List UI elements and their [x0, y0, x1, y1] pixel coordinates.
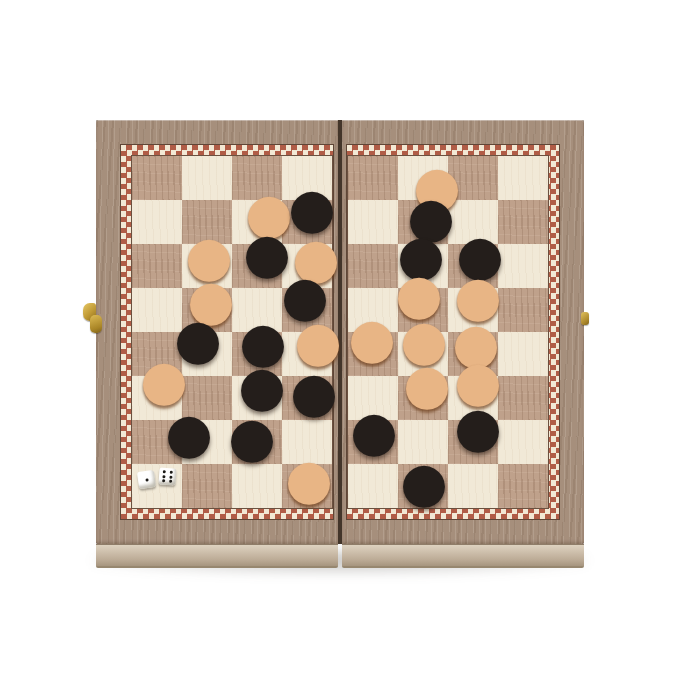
board-cell — [232, 464, 282, 508]
board-cell: ● — [348, 332, 398, 376]
board-cell — [498, 376, 548, 420]
board-cell — [448, 464, 498, 508]
product-photo: ●●●●●●●●●●●●●●●● ●●●●●●●●●●●●●● — [0, 0, 680, 680]
board-cell — [498, 200, 548, 244]
brass-pin — [581, 312, 589, 325]
board-cell: ● — [182, 420, 232, 464]
board-cell — [348, 244, 398, 288]
box-side-left — [96, 544, 338, 568]
board-cell: ● — [282, 464, 332, 508]
checker-piece-light: ● — [284, 457, 334, 501]
board-cell — [182, 464, 232, 508]
checker-piece-dark: ● — [287, 186, 337, 230]
box-front-face — [96, 544, 584, 568]
ribbon-border-left: ●●●●●●●●●●●●●●●● — [120, 144, 334, 520]
board-cell — [498, 244, 548, 288]
board-cell — [498, 156, 548, 200]
board-cell — [132, 244, 182, 288]
board-left-half: ●●●●●●●●●●●●●●●● — [96, 120, 338, 544]
checker-piece-dark: ● — [349, 409, 399, 453]
board-cell — [132, 200, 182, 244]
board-cell: ● — [232, 244, 282, 288]
board-cell: ● — [448, 420, 498, 464]
board-cell — [498, 288, 548, 332]
board-cell — [132, 156, 182, 200]
board-cell — [348, 156, 398, 200]
die-showing-1 — [137, 470, 156, 489]
checker-piece-light: ● — [139, 358, 189, 402]
board-right-half: ●●●●●●●●●●●●●● — [342, 120, 584, 544]
board-cell — [348, 200, 398, 244]
checker-piece-dark: ● — [237, 364, 287, 408]
board-cell: ● — [282, 376, 332, 420]
board-cell: ● — [398, 376, 448, 420]
checkerboard-left: ●●●●●●●●●●●●●●●● — [131, 155, 333, 509]
die-pip — [163, 470, 166, 473]
checkerboard-right: ●●●●●●●●●●●●●● — [347, 155, 549, 509]
board-cell: ● — [182, 332, 232, 376]
board-cell: ● — [348, 420, 398, 464]
board-cell — [498, 420, 548, 464]
clasp-plate — [90, 315, 102, 333]
ribbon-border-right: ●●●●●●●●●●●●●● — [346, 144, 560, 520]
die-pip — [170, 471, 173, 474]
die-showing-6 — [158, 467, 176, 485]
board-cell — [182, 156, 232, 200]
board-cell — [498, 464, 548, 508]
board-cell — [348, 464, 398, 508]
box-side-right — [342, 544, 584, 568]
die-pip — [169, 480, 172, 483]
checker-piece-light: ● — [402, 362, 452, 406]
die-pip — [162, 479, 165, 482]
board-cell: ● — [398, 464, 448, 508]
checker-piece-dark: ● — [164, 411, 214, 455]
die-pip — [145, 478, 148, 481]
brass-clasp — [83, 301, 101, 335]
checker-piece-dark: ● — [453, 405, 503, 449]
board-cell: ● — [232, 420, 282, 464]
checker-piece-dark: ● — [227, 415, 277, 459]
board-cell — [498, 332, 548, 376]
checker-piece-light: ● — [347, 316, 397, 360]
die-pip — [169, 475, 172, 478]
checker-piece-dark: ● — [289, 370, 339, 414]
die-pip — [163, 475, 166, 478]
checker-piece-dark: ● — [399, 460, 449, 504]
checker-piece-light: ● — [293, 319, 343, 363]
